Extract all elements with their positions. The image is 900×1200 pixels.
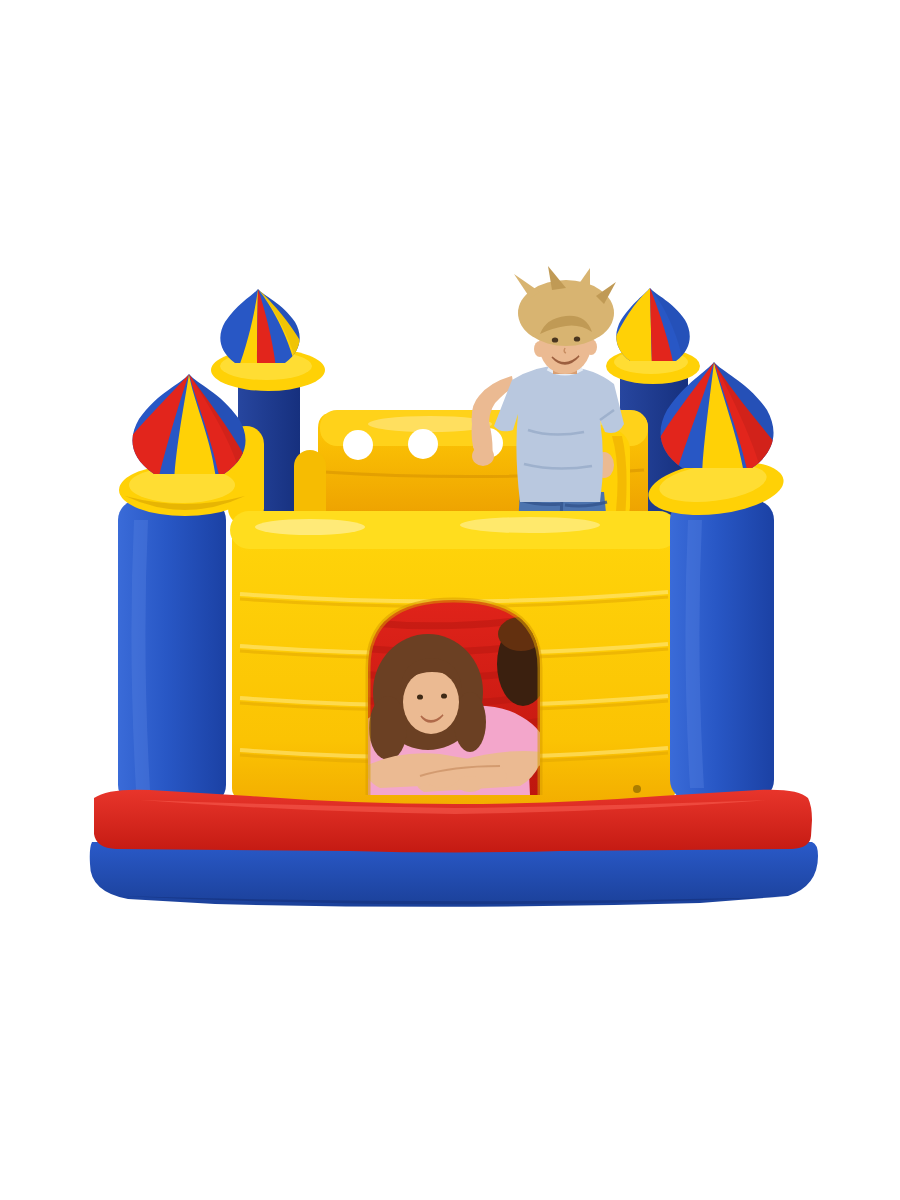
boy-hair [514,266,616,346]
girl-arms [366,751,544,792]
boy-eye [552,337,558,342]
bounce-castle-illustration [0,0,900,1200]
girl-hand [457,776,483,792]
base [90,790,818,907]
front-wall-gloss [255,519,365,535]
girl-eye [417,694,423,699]
back-wall-hole [343,430,373,460]
doorway [352,600,556,795]
girl-eye [441,693,447,698]
boy-hair-spike [576,268,590,292]
front-wall-valve [633,785,641,793]
front-wall-gloss [460,517,600,533]
back-wall-hole [408,429,438,459]
boy-eye [574,336,580,341]
girl-face [403,670,459,734]
product-photo [0,0,900,1200]
front-wall [230,511,678,810]
girl-hair-lobe [369,696,407,760]
dome-stripe [606,288,652,367]
boy-right-fist [472,446,494,466]
